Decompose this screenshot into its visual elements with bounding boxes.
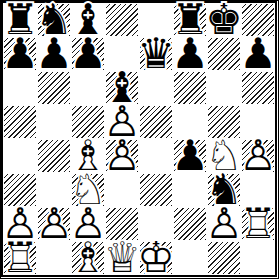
square-e1[interactable]: ♚♔	[139, 241, 173, 275]
square-d6[interactable]: ♝♝	[105, 71, 139, 105]
piece-white-knight-icon: ♘	[207, 139, 241, 173]
square-f7[interactable]: ♟♟	[173, 37, 207, 71]
piece-halo: ♟	[71, 37, 105, 71]
piece-halo: ♜	[173, 3, 207, 37]
piece-white-king-icon: ♔	[139, 241, 173, 275]
square-e7[interactable]: ♛♛	[139, 37, 173, 71]
square-a1[interactable]: ♜♖	[3, 241, 37, 275]
square-h7[interactable]: ♟♟	[241, 37, 275, 71]
square-d4[interactable]: ♟♙	[105, 139, 139, 173]
square-b7[interactable]: ♟♟	[37, 37, 71, 71]
piece-white-pawn-icon: ♙	[3, 207, 37, 241]
piece-halo: ♞	[207, 139, 241, 173]
piece-white-bishop-icon: ♗	[71, 241, 105, 275]
square-g2[interactable]: ♟♙	[207, 207, 241, 241]
piece-halo: ♝	[105, 71, 139, 105]
square-f4[interactable]: ♟♟	[173, 139, 207, 173]
square-c5[interactable]	[71, 105, 105, 139]
square-e6[interactable]	[139, 71, 173, 105]
piece-black-knight-icon: ♞	[207, 173, 241, 207]
square-g6[interactable]	[207, 71, 241, 105]
chess-diagram: ♜♜♞♞♝♝♜♜♚♚♟♟♟♟♟♟♛♛♟♟♟♟♝♝♟♙♝♗♟♙♟♟♞♘♟♙♞♘♞♞…	[0, 0, 279, 279]
piece-halo: ♚	[207, 3, 241, 37]
piece-halo: ♝	[71, 3, 105, 37]
piece-white-queen-icon: ♕	[105, 241, 139, 275]
piece-halo: ♝	[71, 241, 105, 275]
piece-black-pawn-icon: ♟	[173, 37, 207, 71]
piece-white-pawn-icon: ♙	[105, 105, 139, 139]
square-b4[interactable]	[37, 139, 71, 173]
piece-white-pawn-icon: ♙	[37, 207, 71, 241]
piece-black-king-icon: ♚	[207, 3, 241, 37]
piece-halo: ♟	[3, 37, 37, 71]
piece-halo: ♟	[105, 139, 139, 173]
piece-halo: ♟	[173, 139, 207, 173]
piece-black-queen-icon: ♛	[139, 37, 173, 71]
square-d5[interactable]: ♟♙	[105, 105, 139, 139]
square-e8[interactable]	[139, 3, 173, 37]
square-e2[interactable]	[139, 207, 173, 241]
piece-black-pawn-icon: ♟	[173, 139, 207, 173]
piece-halo: ♟	[105, 105, 139, 139]
square-d1[interactable]: ♛♕	[105, 241, 139, 275]
square-b1[interactable]	[37, 241, 71, 275]
piece-halo: ♜	[3, 3, 37, 37]
square-d7[interactable]	[105, 37, 139, 71]
piece-halo: ♜	[241, 207, 275, 241]
square-a5[interactable]	[3, 105, 37, 139]
piece-black-pawn-icon: ♟	[71, 37, 105, 71]
square-a7[interactable]: ♟♟	[3, 37, 37, 71]
square-a2[interactable]: ♟♙	[3, 207, 37, 241]
piece-white-pawn-icon: ♙	[207, 207, 241, 241]
piece-halo: ♞	[37, 3, 71, 37]
piece-white-rook-icon: ♖	[241, 207, 275, 241]
square-a6[interactable]	[3, 71, 37, 105]
piece-halo: ♞	[207, 173, 241, 207]
square-g5[interactable]	[207, 105, 241, 139]
piece-halo: ♟	[37, 37, 71, 71]
board-frame: ♜♜♞♞♝♝♜♜♚♚♟♟♟♟♟♟♛♛♟♟♟♟♝♝♟♙♝♗♟♙♟♟♞♘♟♙♞♘♞♞…	[1, 1, 277, 277]
piece-halo: ♟	[207, 207, 241, 241]
square-e5[interactable]	[139, 105, 173, 139]
square-c2[interactable]: ♟♙	[71, 207, 105, 241]
square-g8[interactable]: ♚♚	[207, 3, 241, 37]
square-d8[interactable]	[105, 3, 139, 37]
square-e3[interactable]	[139, 173, 173, 207]
square-g7[interactable]	[207, 37, 241, 71]
square-f6[interactable]	[173, 71, 207, 105]
piece-black-rook-icon: ♜	[173, 3, 207, 37]
piece-halo: ♟	[37, 207, 71, 241]
piece-halo: ♟	[173, 37, 207, 71]
square-g4[interactable]: ♞♘	[207, 139, 241, 173]
square-h2[interactable]: ♜♖	[241, 207, 275, 241]
piece-white-rook-icon: ♖	[3, 241, 37, 275]
square-f3[interactable]	[173, 173, 207, 207]
square-a4[interactable]	[3, 139, 37, 173]
square-a8[interactable]: ♜♜	[3, 3, 37, 37]
square-b2[interactable]: ♟♙	[37, 207, 71, 241]
square-a3[interactable]	[3, 173, 37, 207]
square-f8[interactable]: ♜♜	[173, 3, 207, 37]
square-f1[interactable]	[173, 241, 207, 275]
piece-halo: ♚	[139, 241, 173, 275]
piece-halo: ♟	[71, 207, 105, 241]
piece-halo: ♝	[71, 139, 105, 173]
piece-black-bishop-icon: ♝	[71, 3, 105, 37]
square-b8[interactable]: ♞♞	[37, 3, 71, 37]
square-c7[interactable]: ♟♟	[71, 37, 105, 71]
piece-halo: ♛	[139, 37, 173, 71]
piece-halo: ♜	[3, 241, 37, 275]
square-d2[interactable]	[105, 207, 139, 241]
piece-black-knight-icon: ♞	[37, 3, 71, 37]
square-c4[interactable]: ♝♗	[71, 139, 105, 173]
square-f5[interactable]	[173, 105, 207, 139]
piece-white-pawn-icon: ♙	[71, 207, 105, 241]
square-e4[interactable]	[139, 139, 173, 173]
square-h8[interactable]	[241, 3, 275, 37]
square-c3[interactable]: ♞♘	[71, 173, 105, 207]
piece-white-pawn-icon: ♙	[241, 139, 275, 173]
square-f2[interactable]	[173, 207, 207, 241]
piece-black-pawn-icon: ♟	[241, 37, 275, 71]
square-h6[interactable]	[241, 71, 275, 105]
square-h4[interactable]: ♟♙	[241, 139, 275, 173]
piece-halo: ♟	[3, 207, 37, 241]
square-b3[interactable]	[37, 173, 71, 207]
square-b6[interactable]	[37, 71, 71, 105]
piece-white-bishop-icon: ♗	[71, 139, 105, 173]
piece-black-bishop-icon: ♝	[105, 71, 139, 105]
piece-white-pawn-icon: ♙	[105, 139, 139, 173]
square-d3[interactable]	[105, 173, 139, 207]
piece-white-knight-icon: ♘	[71, 173, 105, 207]
square-c1[interactable]: ♝♗	[71, 241, 105, 275]
square-g1[interactable]	[207, 241, 241, 275]
piece-halo: ♞	[71, 173, 105, 207]
piece-black-pawn-icon: ♟	[37, 37, 71, 71]
square-g3[interactable]: ♞♞	[207, 173, 241, 207]
piece-black-rook-icon: ♜	[3, 3, 37, 37]
square-h3[interactable]	[241, 173, 275, 207]
piece-halo: ♛	[105, 241, 139, 275]
square-c6[interactable]	[71, 71, 105, 105]
piece-black-pawn-icon: ♟	[3, 37, 37, 71]
square-b5[interactable]	[37, 105, 71, 139]
piece-halo: ♟	[241, 37, 275, 71]
square-h5[interactable]	[241, 105, 275, 139]
piece-halo: ♟	[241, 139, 275, 173]
square-c8[interactable]: ♝♝	[71, 3, 105, 37]
chess-board: ♜♜♞♞♝♝♜♜♚♚♟♟♟♟♟♟♛♛♟♟♟♟♝♝♟♙♝♗♟♙♟♟♞♘♟♙♞♘♞♞…	[3, 3, 275, 275]
square-h1[interactable]	[241, 241, 275, 275]
